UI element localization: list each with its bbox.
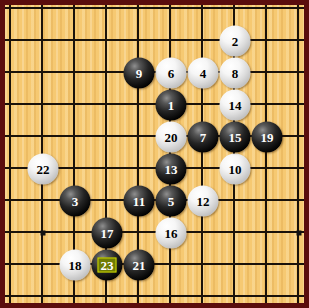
black-stone-21: 21 [124, 250, 155, 281]
grid-line-horizontal [5, 231, 304, 233]
move-number-label: 21 [133, 259, 146, 272]
move-number-label: 14 [229, 99, 242, 112]
grid-line-horizontal [5, 7, 304, 9]
black-stone-23: 23 [92, 250, 123, 281]
grid-line-horizontal [5, 295, 304, 297]
black-stone-19: 19 [252, 122, 283, 153]
white-stone-10: 10 [220, 154, 251, 185]
move-number-label: 5 [168, 195, 175, 208]
move-number-label: 4 [200, 67, 207, 80]
grid-line-horizontal [5, 39, 304, 41]
move-number-label: 20 [165, 131, 178, 144]
move-number-label: 11 [133, 195, 145, 208]
black-stone-15: 15 [220, 122, 251, 153]
black-stone-1: 1 [156, 90, 187, 121]
move-number-label: 13 [165, 163, 178, 176]
grid-line-vertical [297, 5, 299, 303]
move-number-label: 16 [165, 227, 178, 240]
white-stone-12: 12 [188, 186, 219, 217]
go-board[interactable]: 1234567891011121314151617181920212223 [5, 5, 304, 303]
white-stone-20: 20 [156, 122, 187, 153]
move-number-label: 1 [168, 99, 175, 112]
star-point [297, 231, 302, 236]
move-number-label: 10 [229, 163, 242, 176]
go-board-frame: 1234567891011121314151617181920212223 [0, 0, 309, 308]
move-number-label: 9 [136, 67, 143, 80]
move-number-label: 12 [197, 195, 210, 208]
move-number-label: 22 [37, 163, 50, 176]
move-number-label: 19 [261, 131, 274, 144]
move-number-label: 17 [101, 227, 114, 240]
move-number-label: 15 [229, 131, 242, 144]
move-number-label: 23 [98, 258, 117, 273]
black-stone-3: 3 [60, 186, 91, 217]
black-stone-5: 5 [156, 186, 187, 217]
move-number-label: 8 [232, 67, 239, 80]
move-number-label: 2 [232, 35, 239, 48]
black-stone-7: 7 [188, 122, 219, 153]
move-number-label: 3 [72, 195, 79, 208]
grid-line-vertical [9, 5, 11, 303]
white-stone-14: 14 [220, 90, 251, 121]
white-stone-6: 6 [156, 58, 187, 89]
white-stone-22: 22 [28, 154, 59, 185]
black-stone-17: 17 [92, 218, 123, 249]
black-stone-13: 13 [156, 154, 187, 185]
grid-line-horizontal [5, 103, 304, 105]
grid-line-vertical [265, 5, 267, 303]
grid-line-horizontal [5, 263, 304, 265]
move-number-label: 18 [69, 259, 82, 272]
white-stone-8: 8 [220, 58, 251, 89]
move-number-label: 6 [168, 67, 175, 80]
grid-line-horizontal [5, 71, 304, 73]
white-stone-18: 18 [60, 250, 91, 281]
grid-line-horizontal [5, 199, 304, 201]
white-stone-2: 2 [220, 26, 251, 57]
white-stone-4: 4 [188, 58, 219, 89]
grid-line-vertical [201, 5, 203, 303]
black-stone-9: 9 [124, 58, 155, 89]
white-stone-16: 16 [156, 218, 187, 249]
star-point [41, 231, 46, 236]
black-stone-11: 11 [124, 186, 155, 217]
move-number-label: 7 [200, 131, 207, 144]
